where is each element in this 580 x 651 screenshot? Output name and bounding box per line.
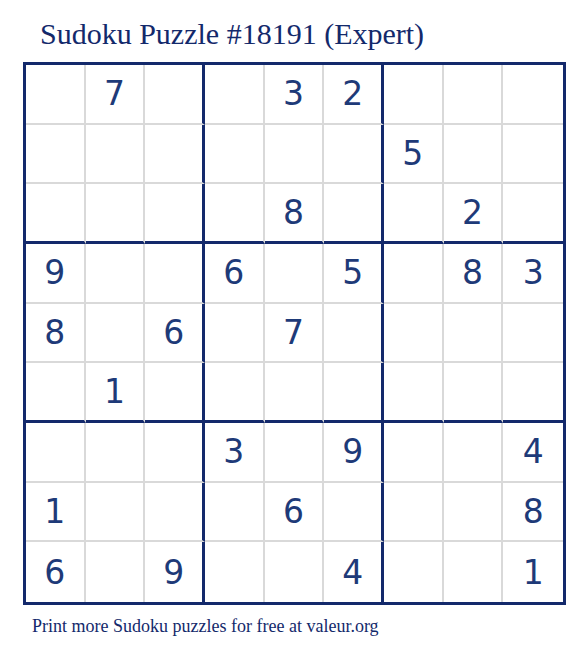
cell-r8c2 (86, 483, 146, 543)
cell-r3c1 (26, 184, 86, 244)
cell-r8c1: 1 (26, 483, 86, 543)
cell-r8c8 (444, 483, 504, 543)
cell-r1c8 (444, 65, 504, 125)
cell-r4c2 (86, 244, 146, 304)
cell-r8c7 (384, 483, 444, 543)
cell-r2c8 (444, 125, 504, 185)
cell-r9c2 (86, 542, 146, 602)
cell-r4c9: 3 (503, 244, 563, 304)
cell-r1c6: 2 (324, 65, 384, 125)
cell-r4c7 (384, 244, 444, 304)
footer-text: Print more Sudoku puzzles for free at va… (32, 616, 379, 637)
cell-r5c8 (444, 304, 504, 364)
cell-r5c9 (503, 304, 563, 364)
cell-r2c2 (86, 125, 146, 185)
cell-r1c7 (384, 65, 444, 125)
cell-r4c3 (145, 244, 205, 304)
cell-r6c8 (444, 363, 504, 423)
cell-r3c8: 2 (444, 184, 504, 244)
cell-r2c9 (503, 125, 563, 185)
cell-r9c4 (205, 542, 265, 602)
cell-r5c4 (205, 304, 265, 364)
cell-r5c2 (86, 304, 146, 364)
cell-r5c7 (384, 304, 444, 364)
cell-r6c1 (26, 363, 86, 423)
cell-r9c9: 1 (503, 542, 563, 602)
cell-r1c2: 7 (86, 65, 146, 125)
cell-r6c9 (503, 363, 563, 423)
cell-r6c7 (384, 363, 444, 423)
cell-r3c2 (86, 184, 146, 244)
cell-r3c3 (145, 184, 205, 244)
cell-r6c4 (205, 363, 265, 423)
cell-r8c3 (145, 483, 205, 543)
cell-r8c6 (324, 483, 384, 543)
cell-r1c4 (205, 65, 265, 125)
cell-r9c3: 9 (145, 542, 205, 602)
cell-r7c6: 9 (324, 423, 384, 483)
cell-r8c5: 6 (265, 483, 325, 543)
cell-r7c7 (384, 423, 444, 483)
cell-r1c1 (26, 65, 86, 125)
cell-r2c1 (26, 125, 86, 185)
cell-r7c4: 3 (205, 423, 265, 483)
cell-r7c1 (26, 423, 86, 483)
cell-r4c1: 9 (26, 244, 86, 304)
cell-r6c3 (145, 363, 205, 423)
cell-r2c7: 5 (384, 125, 444, 185)
cell-r5c5: 7 (265, 304, 325, 364)
cell-r9c7 (384, 542, 444, 602)
cell-r1c5: 3 (265, 65, 325, 125)
cell-r6c5 (265, 363, 325, 423)
cell-r4c5 (265, 244, 325, 304)
cell-r9c1: 6 (26, 542, 86, 602)
cell-r8c9: 8 (503, 483, 563, 543)
cell-r7c2 (86, 423, 146, 483)
cell-r7c3 (145, 423, 205, 483)
cell-r7c9: 4 (503, 423, 563, 483)
cell-r3c9 (503, 184, 563, 244)
cell-r3c7 (384, 184, 444, 244)
cell-r3c4 (205, 184, 265, 244)
cell-r6c6 (324, 363, 384, 423)
cell-r3c6 (324, 184, 384, 244)
cell-r2c5 (265, 125, 325, 185)
cell-r4c4: 6 (205, 244, 265, 304)
cell-r3c5: 8 (265, 184, 325, 244)
cell-r2c3 (145, 125, 205, 185)
cell-r5c6 (324, 304, 384, 364)
cell-r8c4 (205, 483, 265, 543)
cell-r1c9 (503, 65, 563, 125)
cell-r9c5 (265, 542, 325, 602)
cell-r1c3 (145, 65, 205, 125)
cell-r4c8: 8 (444, 244, 504, 304)
cell-r2c4 (205, 125, 265, 185)
cell-r7c8 (444, 423, 504, 483)
cell-r7c5 (265, 423, 325, 483)
cell-r9c8 (444, 542, 504, 602)
page-title: Sudoku Puzzle #18191 (Expert) (40, 17, 424, 50)
cell-r5c3: 6 (145, 304, 205, 364)
cell-r2c6 (324, 125, 384, 185)
cell-r4c6: 5 (324, 244, 384, 304)
cell-r5c1: 8 (26, 304, 86, 364)
cell-r6c2: 1 (86, 363, 146, 423)
cell-r9c6: 4 (324, 542, 384, 602)
sudoku-board: 7325829658386713941686941 (23, 62, 566, 605)
